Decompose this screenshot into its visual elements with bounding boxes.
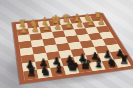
square-h3[interactable] [18, 34, 31, 42]
square-h8[interactable]: ♜ [23, 70, 38, 80]
square-a5[interactable] [103, 38, 118, 46]
white-pawn[interactable]: ♟ [15, 26, 32, 35]
photo-background: ♜♞♝♚♛♝♞♜♟♟♟♟♟♟♟♟♟♟♟♟♟♟♟♟♜♞♝♚♛♝♞♜ [0, 0, 133, 88]
black-rook[interactable]: ♜ [21, 67, 42, 79]
